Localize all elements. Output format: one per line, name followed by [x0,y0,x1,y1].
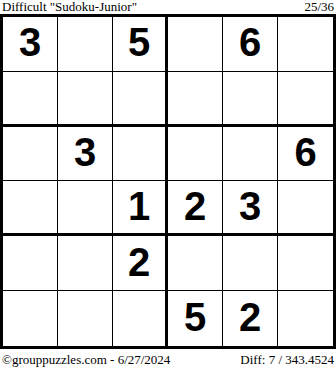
cell-r2c2-empty[interactable] [58,72,113,127]
cell-r6c3-empty[interactable] [113,291,168,346]
cell-r4c4-given[interactable]: 2 [168,181,223,236]
cell-r2c1-empty[interactable] [3,72,58,127]
page-header: Difficult "Sudoku-Junior" 25/36 [0,0,336,14]
cell-r5c3-given[interactable]: 2 [113,236,168,291]
cell-r3c5-empty[interactable] [223,127,278,182]
cell-r1c2-empty[interactable] [58,17,113,72]
cell-r6c4-given[interactable]: 5 [168,291,223,346]
cell-r2c4-empty[interactable] [168,72,223,127]
cell-r3c2-given[interactable]: 3 [58,127,113,182]
cell-r5c1-empty[interactable] [3,236,58,291]
cell-r4c3-given[interactable]: 1 [113,181,168,236]
cell-r4c2-empty[interactable] [58,181,113,236]
cell-r1c3-given[interactable]: 5 [113,17,168,72]
cell-r1c6-empty[interactable] [278,17,333,72]
cell-r3c1-empty[interactable] [3,127,58,182]
cell-r5c4-empty[interactable] [168,236,223,291]
cell-r5c5-empty[interactable] [223,236,278,291]
page-footer: ©grouppuzzles.com - 6/27/2024 Diff: 7 / … [0,349,336,370]
cell-r1c1-given[interactable]: 3 [3,17,58,72]
sudoku-board: 35636123252 [0,14,336,349]
copyright-text: ©grouppuzzles.com - 6/27/2024 [2,353,170,367]
cell-r3c6-given[interactable]: 6 [278,127,333,182]
cell-r6c6-empty[interactable] [278,291,333,346]
difficulty-text: Diff: 7 / 343.4524 [240,353,334,367]
cell-r2c6-empty[interactable] [278,72,333,127]
cell-r6c1-empty[interactable] [3,291,58,346]
puzzle-counter: 25/36 [304,0,334,14]
cell-r4c1-empty[interactable] [3,181,58,236]
cell-r6c5-given[interactable]: 2 [223,291,278,346]
cell-r5c2-empty[interactable] [58,236,113,291]
cell-r1c4-empty[interactable] [168,17,223,72]
cell-r4c6-empty[interactable] [278,181,333,236]
cell-r3c4-empty[interactable] [168,127,223,182]
cell-r4c5-given[interactable]: 3 [223,181,278,236]
cell-r5c6-empty[interactable] [278,236,333,291]
cell-r1c5-given[interactable]: 6 [223,17,278,72]
cell-r2c5-empty[interactable] [223,72,278,127]
puzzle-title: Difficult "Sudoku-Junior" [2,0,137,14]
cell-r6c2-empty[interactable] [58,291,113,346]
cell-r2c3-empty[interactable] [113,72,168,127]
cell-r3c3-empty[interactable] [113,127,168,182]
